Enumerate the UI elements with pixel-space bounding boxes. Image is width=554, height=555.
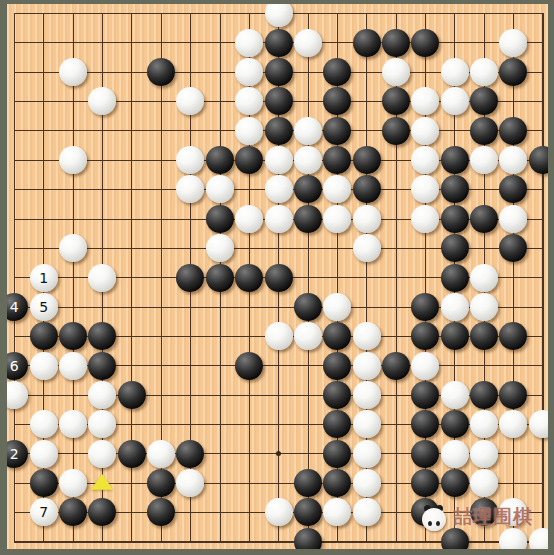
intersection-15-2[interactable] [411, 28, 440, 57]
intersection-14-14[interactable] [381, 380, 410, 409]
intersection-11-19[interactable] [293, 527, 322, 549]
intersection-15-8[interactable] [411, 204, 440, 233]
intersection-18-9[interactable] [499, 233, 528, 262]
intersection-10-16[interactable] [264, 439, 293, 468]
intersection-11-14[interactable] [293, 380, 322, 409]
intersection-1-16[interactable]: 2 [7, 439, 29, 468]
intersection-9-14[interactable] [234, 380, 263, 409]
intersection-16-2[interactable] [440, 28, 469, 57]
intersection-3-4[interactable] [58, 87, 87, 116]
intersection-15-11[interactable] [411, 292, 440, 321]
intersection-17-13[interactable] [469, 351, 498, 380]
intersection-4-15[interactable] [88, 410, 117, 439]
intersection-3-14[interactable] [58, 380, 87, 409]
intersection-2-15[interactable] [29, 410, 58, 439]
intersection-11-17[interactable] [293, 468, 322, 497]
intersection-13-9[interactable] [352, 233, 381, 262]
intersection-12-16[interactable] [323, 439, 352, 468]
intersection-14-8[interactable] [381, 204, 410, 233]
intersection-12-17[interactable] [323, 468, 352, 497]
intersection-2-1[interactable] [29, 4, 58, 28]
intersection-3-3[interactable] [58, 57, 87, 86]
intersection-16-17[interactable] [440, 468, 469, 497]
intersection-1-17[interactable] [7, 468, 29, 497]
intersection-14-3[interactable] [381, 57, 410, 86]
intersection-8-4[interactable] [205, 87, 234, 116]
intersection-9-5[interactable] [234, 116, 263, 145]
intersection-2-9[interactable] [29, 233, 58, 262]
intersection-11-12[interactable] [293, 322, 322, 351]
intersection-15-10[interactable] [411, 263, 440, 292]
intersection-13-8[interactable] [352, 204, 381, 233]
intersection-3-13[interactable] [58, 351, 87, 380]
intersection-10-6[interactable] [264, 145, 293, 174]
intersection-2-2[interactable] [29, 28, 58, 57]
intersection-5-19[interactable] [117, 527, 146, 549]
intersection-4-14[interactable] [88, 380, 117, 409]
intersection-8-6[interactable] [205, 145, 234, 174]
intersection-12-2[interactable] [323, 28, 352, 57]
intersection-18-16[interactable] [499, 439, 528, 468]
intersection-8-16[interactable] [205, 439, 234, 468]
intersection-6-17[interactable] [146, 468, 175, 497]
intersection-7-18[interactable] [176, 498, 205, 527]
intersection-10-19[interactable] [264, 527, 293, 549]
go-board[interactable]: 145627 [7, 4, 548, 549]
intersection-7-9[interactable] [176, 233, 205, 262]
intersection-6-15[interactable] [146, 410, 175, 439]
intersection-4-16[interactable] [88, 439, 117, 468]
intersection-11-13[interactable] [293, 351, 322, 380]
intersection-10-13[interactable] [264, 351, 293, 380]
intersection-19-1[interactable] [528, 4, 548, 28]
intersection-10-5[interactable] [264, 116, 293, 145]
intersection-16-6[interactable] [440, 145, 469, 174]
intersection-16-7[interactable] [440, 175, 469, 204]
intersection-6-4[interactable] [146, 87, 175, 116]
intersection-8-18[interactable] [205, 498, 234, 527]
intersection-7-14[interactable] [176, 380, 205, 409]
intersection-6-11[interactable] [146, 292, 175, 321]
intersection-19-15[interactable] [528, 410, 548, 439]
intersection-12-5[interactable] [323, 116, 352, 145]
intersection-2-19[interactable] [29, 527, 58, 549]
intersection-13-19[interactable] [352, 527, 381, 549]
intersection-1-13[interactable]: 6 [7, 351, 29, 380]
intersection-17-5[interactable] [469, 116, 498, 145]
intersection-1-8[interactable] [7, 204, 29, 233]
intersection-4-13[interactable] [88, 351, 117, 380]
intersection-8-13[interactable] [205, 351, 234, 380]
intersection-12-7[interactable] [323, 175, 352, 204]
intersection-8-10[interactable] [205, 263, 234, 292]
intersection-9-9[interactable] [234, 233, 263, 262]
intersection-16-1[interactable] [440, 4, 469, 28]
intersection-2-13[interactable] [29, 351, 58, 380]
intersection-10-9[interactable] [264, 233, 293, 262]
intersection-2-18[interactable]: 7 [29, 498, 58, 527]
intersection-13-14[interactable] [352, 380, 381, 409]
intersection-7-8[interactable] [176, 204, 205, 233]
intersection-11-7[interactable] [293, 175, 322, 204]
intersection-8-7[interactable] [205, 175, 234, 204]
intersection-10-1[interactable] [264, 4, 293, 28]
intersection-7-2[interactable] [176, 28, 205, 57]
intersection-2-11[interactable]: 5 [29, 292, 58, 321]
intersection-17-7[interactable] [469, 175, 498, 204]
intersection-18-2[interactable] [499, 28, 528, 57]
intersection-18-13[interactable] [499, 351, 528, 380]
intersection-16-19[interactable] [440, 527, 469, 549]
intersection-15-9[interactable] [411, 233, 440, 262]
intersection-3-6[interactable] [58, 145, 87, 174]
intersection-17-12[interactable] [469, 322, 498, 351]
intersection-6-10[interactable] [146, 263, 175, 292]
intersection-19-12[interactable] [528, 322, 548, 351]
intersection-5-18[interactable] [117, 498, 146, 527]
intersection-15-6[interactable] [411, 145, 440, 174]
intersection-8-14[interactable] [205, 380, 234, 409]
intersection-14-4[interactable] [381, 87, 410, 116]
intersection-19-5[interactable] [528, 116, 548, 145]
intersection-19-16[interactable] [528, 439, 548, 468]
intersection-4-12[interactable] [88, 322, 117, 351]
intersection-6-1[interactable] [146, 4, 175, 28]
intersection-18-11[interactable] [499, 292, 528, 321]
intersection-13-3[interactable] [352, 57, 381, 86]
intersection-5-17[interactable] [117, 468, 146, 497]
intersection-12-13[interactable] [323, 351, 352, 380]
intersection-4-8[interactable] [88, 204, 117, 233]
intersection-10-17[interactable] [264, 468, 293, 497]
intersection-12-4[interactable] [323, 87, 352, 116]
intersection-3-19[interactable] [58, 527, 87, 549]
intersection-6-7[interactable] [146, 175, 175, 204]
intersection-19-10[interactable] [528, 263, 548, 292]
intersection-11-1[interactable] [293, 4, 322, 28]
intersection-2-6[interactable] [29, 145, 58, 174]
intersection-1-18[interactable] [7, 498, 29, 527]
intersection-1-11[interactable]: 4 [7, 292, 29, 321]
intersection-3-2[interactable] [58, 28, 87, 57]
intersection-5-6[interactable] [117, 145, 146, 174]
intersection-18-6[interactable] [499, 145, 528, 174]
intersection-13-18[interactable] [352, 498, 381, 527]
intersection-19-9[interactable] [528, 233, 548, 262]
intersection-3-10[interactable] [58, 263, 87, 292]
intersection-7-12[interactable] [176, 322, 205, 351]
intersection-17-4[interactable] [469, 87, 498, 116]
intersection-14-18[interactable] [381, 498, 410, 527]
intersection-2-17[interactable] [29, 468, 58, 497]
intersection-10-11[interactable] [264, 292, 293, 321]
intersection-12-6[interactable] [323, 145, 352, 174]
intersection-1-3[interactable] [7, 57, 29, 86]
intersection-17-8[interactable] [469, 204, 498, 233]
intersection-5-7[interactable] [117, 175, 146, 204]
intersection-4-6[interactable] [88, 145, 117, 174]
intersection-12-9[interactable] [323, 233, 352, 262]
intersection-7-19[interactable] [176, 527, 205, 549]
intersection-19-17[interactable] [528, 468, 548, 497]
intersection-16-12[interactable] [440, 322, 469, 351]
intersection-19-11[interactable] [528, 292, 548, 321]
intersection-19-13[interactable] [528, 351, 548, 380]
intersection-4-3[interactable] [88, 57, 117, 86]
intersection-16-4[interactable] [440, 87, 469, 116]
intersection-1-6[interactable] [7, 145, 29, 174]
intersection-1-15[interactable] [7, 410, 29, 439]
intersection-7-16[interactable] [176, 439, 205, 468]
intersection-15-16[interactable] [411, 439, 440, 468]
intersection-12-12[interactable] [323, 322, 352, 351]
intersection-5-10[interactable] [117, 263, 146, 292]
intersection-12-11[interactable] [323, 292, 352, 321]
intersection-8-11[interactable] [205, 292, 234, 321]
intersection-18-15[interactable] [499, 410, 528, 439]
intersection-14-12[interactable] [381, 322, 410, 351]
intersection-1-5[interactable] [7, 116, 29, 145]
intersection-6-5[interactable] [146, 116, 175, 145]
intersection-18-10[interactable] [499, 263, 528, 292]
intersection-16-11[interactable] [440, 292, 469, 321]
intersection-7-1[interactable] [176, 4, 205, 28]
intersection-5-15[interactable] [117, 410, 146, 439]
intersection-19-6[interactable] [528, 145, 548, 174]
intersection-7-10[interactable] [176, 263, 205, 292]
intersection-11-9[interactable] [293, 233, 322, 262]
intersection-3-9[interactable] [58, 233, 87, 262]
intersection-3-12[interactable] [58, 322, 87, 351]
intersection-10-8[interactable] [264, 204, 293, 233]
intersection-12-3[interactable] [323, 57, 352, 86]
intersection-3-15[interactable] [58, 410, 87, 439]
intersection-6-18[interactable] [146, 498, 175, 527]
intersection-13-12[interactable] [352, 322, 381, 351]
intersection-4-11[interactable] [88, 292, 117, 321]
intersection-12-1[interactable] [323, 4, 352, 28]
intersection-2-12[interactable] [29, 322, 58, 351]
intersection-2-4[interactable] [29, 87, 58, 116]
intersection-7-7[interactable] [176, 175, 205, 204]
intersection-4-17[interactable] [88, 468, 117, 497]
intersection-5-4[interactable] [117, 87, 146, 116]
intersection-16-3[interactable] [440, 57, 469, 86]
intersection-5-9[interactable] [117, 233, 146, 262]
intersection-4-5[interactable] [88, 116, 117, 145]
intersection-14-19[interactable] [381, 527, 410, 549]
intersection-13-4[interactable] [352, 87, 381, 116]
intersection-12-8[interactable] [323, 204, 352, 233]
intersection-8-17[interactable] [205, 468, 234, 497]
intersection-12-18[interactable] [323, 498, 352, 527]
intersection-4-1[interactable] [88, 4, 117, 28]
intersection-8-8[interactable] [205, 204, 234, 233]
intersection-14-7[interactable] [381, 175, 410, 204]
intersection-18-12[interactable] [499, 322, 528, 351]
intersection-2-8[interactable] [29, 204, 58, 233]
intersection-9-17[interactable] [234, 468, 263, 497]
intersection-19-7[interactable] [528, 175, 548, 204]
intersection-15-7[interactable] [411, 175, 440, 204]
intersection-14-13[interactable] [381, 351, 410, 380]
intersection-14-17[interactable] [381, 468, 410, 497]
intersection-4-4[interactable] [88, 87, 117, 116]
intersection-1-10[interactable] [7, 263, 29, 292]
intersection-12-15[interactable] [323, 410, 352, 439]
intersection-1-1[interactable] [7, 4, 29, 28]
intersection-2-14[interactable] [29, 380, 58, 409]
intersection-7-5[interactable] [176, 116, 205, 145]
intersection-15-17[interactable] [411, 468, 440, 497]
intersection-8-9[interactable] [205, 233, 234, 262]
intersection-3-1[interactable] [58, 4, 87, 28]
intersection-9-6[interactable] [234, 145, 263, 174]
intersection-9-8[interactable] [234, 204, 263, 233]
intersection-8-5[interactable] [205, 116, 234, 145]
intersection-5-14[interactable] [117, 380, 146, 409]
intersection-13-1[interactable] [352, 4, 381, 28]
intersection-11-18[interactable] [293, 498, 322, 527]
intersection-17-16[interactable] [469, 439, 498, 468]
intersection-14-11[interactable] [381, 292, 410, 321]
intersection-6-3[interactable] [146, 57, 175, 86]
intersection-9-15[interactable] [234, 410, 263, 439]
intersection-15-3[interactable] [411, 57, 440, 86]
intersection-18-7[interactable] [499, 175, 528, 204]
intersection-10-3[interactable] [264, 57, 293, 86]
intersection-15-12[interactable] [411, 322, 440, 351]
intersection-10-15[interactable] [264, 410, 293, 439]
intersection-2-5[interactable] [29, 116, 58, 145]
intersection-8-19[interactable] [205, 527, 234, 549]
intersection-7-13[interactable] [176, 351, 205, 380]
intersection-6-16[interactable] [146, 439, 175, 468]
intersection-4-18[interactable] [88, 498, 117, 527]
intersection-15-5[interactable] [411, 116, 440, 145]
intersection-14-1[interactable] [381, 4, 410, 28]
intersection-3-16[interactable] [58, 439, 87, 468]
intersection-16-10[interactable] [440, 263, 469, 292]
intersection-9-10[interactable] [234, 263, 263, 292]
intersection-9-12[interactable] [234, 322, 263, 351]
intersection-11-10[interactable] [293, 263, 322, 292]
intersection-9-7[interactable] [234, 175, 263, 204]
intersection-2-10[interactable]: 1 [29, 263, 58, 292]
intersection-10-10[interactable] [264, 263, 293, 292]
intersection-14-2[interactable] [381, 28, 410, 57]
intersection-5-8[interactable] [117, 204, 146, 233]
intersection-7-11[interactable] [176, 292, 205, 321]
intersection-3-11[interactable] [58, 292, 87, 321]
intersection-5-12[interactable] [117, 322, 146, 351]
intersection-4-9[interactable] [88, 233, 117, 262]
intersection-11-2[interactable] [293, 28, 322, 57]
intersection-5-1[interactable] [117, 4, 146, 28]
intersection-9-1[interactable] [234, 4, 263, 28]
intersection-7-4[interactable] [176, 87, 205, 116]
intersection-17-3[interactable] [469, 57, 498, 86]
intersection-17-19[interactable] [469, 527, 498, 549]
intersection-6-13[interactable] [146, 351, 175, 380]
intersection-14-6[interactable] [381, 145, 410, 174]
intersection-5-3[interactable] [117, 57, 146, 86]
intersection-19-3[interactable] [528, 57, 548, 86]
intersection-10-12[interactable] [264, 322, 293, 351]
intersection-15-15[interactable] [411, 410, 440, 439]
intersection-8-2[interactable] [205, 28, 234, 57]
intersection-11-5[interactable] [293, 116, 322, 145]
intersection-11-15[interactable] [293, 410, 322, 439]
intersection-11-16[interactable] [293, 439, 322, 468]
intersection-18-4[interactable] [499, 87, 528, 116]
intersection-13-11[interactable] [352, 292, 381, 321]
intersection-9-19[interactable] [234, 527, 263, 549]
intersection-2-7[interactable] [29, 175, 58, 204]
intersection-1-12[interactable] [7, 322, 29, 351]
intersection-17-14[interactable] [469, 380, 498, 409]
intersection-12-19[interactable] [323, 527, 352, 549]
intersection-15-4[interactable] [411, 87, 440, 116]
intersection-3-8[interactable] [58, 204, 87, 233]
intersection-18-8[interactable] [499, 204, 528, 233]
intersection-4-7[interactable] [88, 175, 117, 204]
intersection-6-8[interactable] [146, 204, 175, 233]
intersection-8-12[interactable] [205, 322, 234, 351]
intersection-4-2[interactable] [88, 28, 117, 57]
intersection-14-5[interactable] [381, 116, 410, 145]
intersection-11-3[interactable] [293, 57, 322, 86]
intersection-16-8[interactable] [440, 204, 469, 233]
intersection-14-16[interactable] [381, 439, 410, 468]
intersection-13-13[interactable] [352, 351, 381, 380]
intersection-16-14[interactable] [440, 380, 469, 409]
intersection-10-14[interactable] [264, 380, 293, 409]
intersection-3-18[interactable] [58, 498, 87, 527]
intersection-7-15[interactable] [176, 410, 205, 439]
intersection-17-2[interactable] [469, 28, 498, 57]
intersection-8-3[interactable] [205, 57, 234, 86]
intersection-2-3[interactable] [29, 57, 58, 86]
intersection-4-10[interactable] [88, 263, 117, 292]
intersection-6-14[interactable] [146, 380, 175, 409]
intersection-13-6[interactable] [352, 145, 381, 174]
intersection-9-11[interactable] [234, 292, 263, 321]
intersection-9-4[interactable] [234, 87, 263, 116]
intersection-18-5[interactable] [499, 116, 528, 145]
intersection-18-14[interactable] [499, 380, 528, 409]
intersection-13-17[interactable] [352, 468, 381, 497]
intersection-15-14[interactable] [411, 380, 440, 409]
intersection-3-17[interactable] [58, 468, 87, 497]
intersection-13-16[interactable] [352, 439, 381, 468]
intersection-14-9[interactable] [381, 233, 410, 262]
intersection-9-2[interactable] [234, 28, 263, 57]
intersection-5-16[interactable] [117, 439, 146, 468]
intersection-19-4[interactable] [528, 87, 548, 116]
intersection-1-7[interactable] [7, 175, 29, 204]
intersection-7-3[interactable] [176, 57, 205, 86]
intersection-10-4[interactable] [264, 87, 293, 116]
intersection-5-11[interactable] [117, 292, 146, 321]
intersection-6-2[interactable] [146, 28, 175, 57]
intersection-18-1[interactable] [499, 4, 528, 28]
intersection-9-16[interactable] [234, 439, 263, 468]
intersection-8-15[interactable] [205, 410, 234, 439]
intersection-13-7[interactable] [352, 175, 381, 204]
intersection-11-6[interactable] [293, 145, 322, 174]
intersection-13-15[interactable] [352, 410, 381, 439]
